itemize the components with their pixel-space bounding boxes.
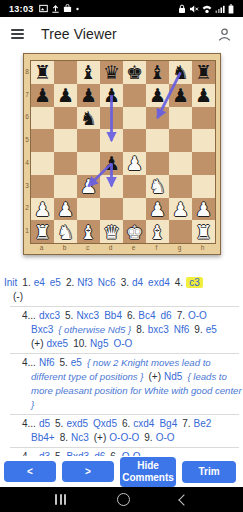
white-bishop: ♝ (149, 221, 166, 243)
square-a5[interactable] (31, 129, 54, 152)
white-knight: ♞ (57, 221, 74, 243)
move-number: 5. (59, 357, 67, 368)
square-h6[interactable] (192, 107, 215, 130)
black-rook: ♜ (195, 61, 212, 83)
white-knight: ♞ (149, 175, 166, 197)
square-h1[interactable]: ♜ (192, 220, 215, 243)
square-b6[interactable] (54, 107, 77, 130)
white-bishop: ♝ (80, 221, 97, 243)
move-token[interactable]: bxc3 (148, 324, 169, 335)
black-pawn: ♟ (103, 152, 120, 174)
move-number: (+) (149, 371, 162, 382)
recents-icon[interactable] (55, 494, 66, 505)
move-token[interactable]: Nd5 (164, 371, 182, 382)
move-token[interactable]: Nc6 (98, 277, 116, 288)
black-pawn: ♟ (195, 84, 212, 106)
square-c8[interactable]: ♝ (77, 61, 100, 84)
square-b3[interactable] (54, 175, 77, 198)
status-right-icons (178, 4, 234, 14)
android-nav-bar (0, 487, 243, 512)
variation-line: more pleasant position for White with go… (0, 384, 243, 398)
move-token[interactable]: Nc3 (71, 432, 89, 443)
square-f7[interactable]: ♟ (146, 84, 169, 107)
square-b5[interactable] (54, 129, 77, 152)
upload-icon (51, 4, 60, 13)
app-screen: 13:03 Tree Viewer 87654321 abcdefgh ♜♝♛♚… (0, 0, 243, 512)
black-king: ♚ (126, 61, 143, 83)
square-g7[interactable]: ♟ (169, 84, 192, 107)
move-token[interactable]: Be2 (194, 418, 212, 429)
move-token[interactable]: d5 (39, 418, 50, 429)
square-f5[interactable] (146, 129, 169, 152)
square-e8[interactable]: ♚ (123, 61, 146, 84)
black-pawn: ♟ (57, 84, 74, 106)
square-g4[interactable] (169, 152, 192, 175)
black-bishop: ♝ (149, 61, 166, 83)
white-queen: ♛ (103, 221, 120, 243)
white-king: ♚ (126, 221, 143, 243)
account-icon[interactable] (217, 27, 232, 42)
move-token[interactable]: dxc3 (39, 310, 60, 321)
square-c7[interactable]: ♟ (77, 84, 100, 107)
variation-separator (10, 306, 239, 307)
square-b4[interactable] (54, 152, 77, 175)
black-pawn: ♟ (34, 84, 51, 106)
move-number: 5. (65, 310, 73, 321)
move-token[interactable]: Nxc3 (76, 310, 99, 321)
clock: 13:03 (9, 4, 34, 14)
wifi-icon (202, 4, 212, 14)
square-c4[interactable] (77, 152, 100, 175)
variation-line: Bxc3{ otherwise Nd5 }8.bxc3Nf69.e5 (0, 323, 243, 337)
move-number: (-) (13, 291, 23, 302)
move-token[interactable]: Nf3 (77, 277, 93, 288)
black-bishop: ♝ (80, 61, 97, 83)
square-e4[interactable]: ♟ (123, 152, 146, 175)
button-bar: < > Hide Comments Trim (0, 456, 243, 487)
board-grid: ♜♝♛♚♝♞♜♟♟♟♟♟♟♟♞♟♟♟♞♟♟♟♟♟♜♞♝♛♚♝♜ (30, 60, 216, 244)
black-pawn: ♟ (80, 84, 97, 106)
move-number: 4... (22, 357, 36, 368)
white-rook: ♜ (34, 221, 51, 243)
square-d6[interactable] (100, 107, 123, 130)
square-a1[interactable]: ♜ (31, 220, 54, 243)
square-e1[interactable]: ♚ (123, 220, 146, 243)
variation-line: Init1.e4e52.Nf3Nc63.d4exd44.c3 (0, 276, 243, 290)
square-g5[interactable] (169, 129, 192, 152)
move-token[interactable]: e5 (50, 277, 61, 288)
variation-line: (+)dxe510.Ng5O-O (0, 337, 243, 351)
square-a3[interactable] (31, 175, 54, 198)
square-h4[interactable] (192, 152, 215, 175)
square-g6[interactable] (169, 107, 192, 130)
move-number: 9. (194, 324, 202, 335)
move-token[interactable]: Bb4 (104, 310, 122, 321)
black-queen: ♛ (103, 61, 120, 83)
selected-move[interactable]: c3 (186, 277, 203, 288)
square-f4[interactable] (146, 152, 169, 175)
page-title: Tree Viewer (41, 26, 117, 42)
white-pawn: ♟ (80, 175, 97, 197)
variation-line: 4...d55.exd5Qxd56.cxd4Bg47.Be2 (0, 417, 243, 431)
square-f2[interactable]: ♟ (146, 198, 169, 221)
move-number: 2. (66, 277, 74, 288)
status-bar: 13:03 (0, 0, 243, 17)
square-h2[interactable]: ♟ (192, 198, 215, 221)
white-rook: ♜ (195, 221, 212, 243)
square-e7[interactable] (123, 84, 146, 107)
square-d3[interactable] (100, 175, 123, 198)
bag-icon (63, 4, 72, 13)
square-a8[interactable]: ♜ (31, 61, 54, 84)
move-token[interactable]: d4 (132, 277, 143, 288)
back-icon[interactable] (178, 494, 189, 505)
app-toolbar: Tree Viewer (0, 17, 243, 51)
move-token[interactable]: exd4 (148, 277, 170, 288)
move-token[interactable]: d6 (161, 310, 172, 321)
move-token[interactable]: e5 (206, 324, 217, 335)
move-number: 1. (22, 277, 30, 288)
move-number: 8. (136, 324, 144, 335)
move-number: 7. (182, 418, 190, 429)
square-b7[interactable]: ♟ (54, 84, 77, 107)
variation-line: } (0, 398, 243, 412)
square-g3[interactable] (169, 175, 192, 198)
square-f1[interactable]: ♝ (146, 220, 169, 243)
move-token[interactable]: Bc4 (138, 310, 155, 321)
battery-icon (228, 4, 234, 14)
white-pawn: ♟ (126, 152, 143, 174)
move-number: (+) (94, 432, 107, 443)
square-a2[interactable]: ♟ (31, 198, 54, 221)
home-icon[interactable] (117, 493, 130, 506)
square-d2[interactable] (100, 198, 123, 221)
move-number: 4... (22, 418, 36, 429)
square-g8[interactable]: ♞ (169, 61, 192, 84)
variation-separator (10, 414, 239, 415)
black-rook: ♜ (34, 61, 51, 83)
move-number: 3. (121, 277, 129, 288)
variation-separator (10, 353, 239, 354)
variation-line: 4...Nf65.e5{ now 2 Knight moves lead to (0, 356, 243, 370)
square-h8[interactable]: ♜ (192, 61, 215, 84)
square-g2[interactable]: ♟ (169, 198, 192, 221)
move-number: 7. (177, 310, 185, 321)
move-token[interactable]: O-O-O (109, 432, 139, 443)
move-token[interactable]: Bb4+ (31, 432, 55, 443)
trim-button[interactable]: Trim (182, 461, 236, 483)
comment-text: } (31, 399, 34, 410)
move-token[interactable]: cxd4 (133, 418, 154, 429)
move-number: 9. (144, 432, 152, 443)
move-token[interactable]: Bxc3 (31, 324, 53, 335)
comment-text: more pleasant position for White with go… (31, 385, 242, 396)
square-h3[interactable] (192, 175, 215, 198)
move-token[interactable]: e4 (34, 277, 45, 288)
move-number: (+) (31, 338, 44, 349)
comment-text: { otherwise Nd5 } (58, 324, 131, 335)
white-pawn: ♟ (172, 198, 189, 220)
move-number: 8. (60, 432, 68, 443)
black-pawn: ♟ (149, 84, 166, 106)
square-f3[interactable]: ♞ (146, 175, 169, 198)
square-h7[interactable]: ♟ (192, 84, 215, 107)
square-e5[interactable] (123, 129, 146, 152)
square-c2[interactable] (77, 198, 100, 221)
white-pawn: ♟ (149, 198, 166, 220)
move-token[interactable]: Qxd5 (93, 418, 117, 429)
move-number: 5. (55, 418, 63, 429)
move-token[interactable]: O-O (156, 432, 175, 443)
square-e6[interactable] (123, 107, 146, 130)
square-g1[interactable] (169, 220, 192, 243)
variation-separator (10, 447, 239, 448)
square-d1[interactable]: ♛ (100, 220, 123, 243)
square-c5[interactable] (77, 129, 100, 152)
move-token[interactable]: Bg4 (159, 418, 177, 429)
square-c6[interactable]: ♞ (77, 107, 100, 130)
mute-icon (189, 4, 199, 14)
square-b2[interactable]: ♟ (54, 198, 77, 221)
square-b8[interactable] (54, 61, 77, 84)
square-d7[interactable]: ♟ (100, 84, 123, 107)
square-a7[interactable]: ♟ (31, 84, 54, 107)
square-d5[interactable] (100, 129, 123, 152)
signal-icon (215, 4, 225, 14)
variation-line: 4...dxc35.Nxc3Bb46.Bc4d67.O-O (0, 309, 243, 323)
move-number: 4... (22, 310, 36, 321)
lock-icon (178, 4, 186, 14)
square-e2[interactable] (123, 198, 146, 221)
black-knight: ♞ (80, 107, 97, 129)
move-token[interactable]: Nf6 (39, 357, 55, 368)
comment-text: { leads to (187, 371, 226, 382)
move-token[interactable]: exd5 (66, 418, 88, 429)
comment-text: { now 2 Knight moves lead to (87, 357, 211, 368)
white-pawn: ♟ (34, 198, 51, 220)
move-token[interactable]: dxe5 (47, 338, 69, 349)
move-token[interactable]: e5 (71, 357, 82, 368)
chess-board: 87654321 abcdefgh ♜♝♛♚♝♞♜♟♟♟♟♟♟♟♞♟♟♟♞♟♟♟… (23, 53, 221, 255)
black-pawn: ♟ (103, 84, 120, 106)
move-token[interactable]: O-O (113, 338, 132, 349)
white-pawn: ♟ (57, 198, 74, 220)
square-b1[interactable]: ♞ (54, 220, 77, 243)
variation-line: different type of positions }(+)Nd5{ lea… (0, 370, 243, 384)
black-pawn: ♟ (172, 84, 189, 106)
screenshot-icon (39, 4, 48, 13)
square-f6[interactable] (146, 107, 169, 130)
move-token[interactable]: Nf6 (174, 324, 190, 335)
comment-text: different type of positions } (31, 371, 144, 382)
variation-line: Bb4+8.Nc3(+)O-O-O9.O-O (0, 431, 243, 445)
status-left-icons (39, 4, 80, 13)
move-number: 6. (122, 418, 130, 429)
move-token[interactable]: O-O (188, 310, 207, 321)
menu-icon[interactable] (11, 29, 24, 39)
square-a6[interactable] (31, 107, 54, 130)
move-number: 10. (73, 338, 87, 349)
square-h5[interactable] (192, 129, 215, 152)
white-pawn: ♟ (195, 198, 212, 220)
square-d8[interactable]: ♛ (100, 61, 123, 84)
dot-icon (75, 4, 80, 13)
init-link[interactable]: Init (4, 277, 17, 288)
variation-line: (-) (0, 290, 243, 304)
next-move-button[interactable]: > (62, 461, 114, 482)
prev-move-button[interactable]: < (4, 461, 56, 482)
move-token[interactable]: Ng5 (90, 338, 108, 349)
square-c3[interactable]: ♟ (77, 175, 100, 198)
square-f8[interactable]: ♝ (146, 61, 169, 84)
hide-comments-button[interactable]: Hide Comments (120, 457, 176, 487)
black-knight: ♞ (172, 61, 189, 83)
square-d4[interactable]: ♟ (100, 152, 123, 175)
move-number: 4. (175, 277, 183, 288)
square-e3[interactable] (123, 175, 146, 198)
square-a4[interactable] (31, 152, 54, 175)
square-c1[interactable]: ♝ (77, 220, 100, 243)
move-number: 6. (127, 310, 135, 321)
